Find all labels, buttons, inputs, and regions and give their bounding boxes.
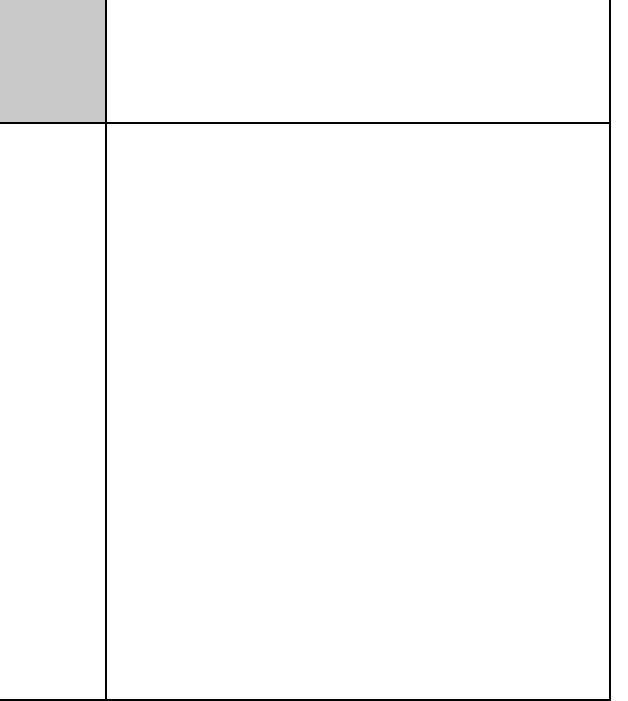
watermark-corner	[0, 0, 107, 124]
watermark-text	[0, 0, 107, 124]
row-clues-panel	[0, 124, 107, 701]
nonogram-puzzle-page	[0, 0, 628, 701]
puzzle-grid[interactable]	[107, 124, 611, 701]
column-clues-panel	[107, 0, 611, 124]
